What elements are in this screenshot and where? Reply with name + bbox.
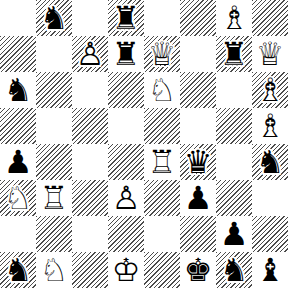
piece-glyph: ♛ xyxy=(180,144,216,180)
square-b3[interactable]: ♜♖ xyxy=(36,180,72,216)
piece-outline-glyph: ♔ xyxy=(108,252,144,288)
square-g2[interactable]: ♟ xyxy=(216,216,252,252)
piece-outline-glyph: ♗ xyxy=(252,72,288,108)
square-b1[interactable]: ♞♘ xyxy=(36,252,72,288)
white-king: ♚♔ xyxy=(108,252,144,288)
white-pawn: ♟♙ xyxy=(72,36,108,72)
piece-glyph: ♟ xyxy=(180,180,216,216)
piece-glyph: ♞ xyxy=(252,144,288,180)
square-d2[interactable] xyxy=(108,216,144,252)
square-g8[interactable]: ♝♗ xyxy=(216,0,252,36)
piece-glyph: ♞ xyxy=(36,0,72,36)
black-rook: ♜ xyxy=(108,36,144,72)
piece-glyph: ♟ xyxy=(216,216,252,252)
piece-glyph: ♞ xyxy=(216,252,252,288)
square-c7[interactable]: ♟♙ xyxy=(72,36,108,72)
square-h6[interactable]: ♝♗ xyxy=(252,72,288,108)
piece-outline-glyph: ♕ xyxy=(252,36,288,72)
square-h3[interactable] xyxy=(252,180,288,216)
black-knight: ♞ xyxy=(216,252,252,288)
piece-glyph: ♝ xyxy=(252,252,288,288)
square-g1[interactable]: ♞ xyxy=(216,252,252,288)
square-f7[interactable] xyxy=(180,36,216,72)
square-a4[interactable]: ♟ xyxy=(0,144,36,180)
square-b4[interactable] xyxy=(36,144,72,180)
square-e7[interactable]: ♛♕ xyxy=(144,36,180,72)
black-rook: ♜ xyxy=(216,36,252,72)
square-f8[interactable] xyxy=(180,0,216,36)
square-c8[interactable] xyxy=(72,0,108,36)
square-e1[interactable] xyxy=(144,252,180,288)
square-d6[interactable] xyxy=(108,72,144,108)
black-pawn: ♟ xyxy=(180,180,216,216)
square-d8[interactable]: ♜ xyxy=(108,0,144,36)
white-bishop: ♝♗ xyxy=(252,72,288,108)
square-h4[interactable]: ♞ xyxy=(252,144,288,180)
square-f4[interactable]: ♛ xyxy=(180,144,216,180)
black-knight: ♞ xyxy=(252,144,288,180)
square-b2[interactable] xyxy=(36,216,72,252)
square-c3[interactable] xyxy=(72,180,108,216)
square-b7[interactable] xyxy=(36,36,72,72)
square-f2[interactable] xyxy=(180,216,216,252)
piece-outline-glyph: ♘ xyxy=(36,252,72,288)
white-queen: ♛♕ xyxy=(252,36,288,72)
square-e4[interactable]: ♜♖ xyxy=(144,144,180,180)
piece-outline-glyph: ♘ xyxy=(0,180,36,216)
square-c2[interactable] xyxy=(72,216,108,252)
piece-outline-glyph: ♕ xyxy=(144,36,180,72)
square-f1[interactable]: ♚ xyxy=(180,252,216,288)
piece-outline-glyph: ♗ xyxy=(252,108,288,144)
piece-glyph: ♜ xyxy=(108,0,144,36)
piece-outline-glyph: ♗ xyxy=(216,0,252,36)
piece-outline-glyph: ♖ xyxy=(144,144,180,180)
black-king: ♚ xyxy=(180,252,216,288)
square-a5[interactable] xyxy=(0,108,36,144)
square-d4[interactable] xyxy=(108,144,144,180)
square-b5[interactable] xyxy=(36,108,72,144)
square-c6[interactable] xyxy=(72,72,108,108)
white-knight: ♞♘ xyxy=(144,72,180,108)
black-pawn: ♟ xyxy=(0,144,36,180)
white-knight: ♞♘ xyxy=(36,252,72,288)
square-e5[interactable] xyxy=(144,108,180,144)
chess-board: ♞♜♝♗♟♙♜♛♕♜♛♕♞♞♘♝♗♝♗♟♜♖♛♞♞♘♜♖♟♙♟♟♞♞♘♚♔♚♞♝ xyxy=(0,0,288,288)
piece-glyph: ♜ xyxy=(108,36,144,72)
square-g5[interactable] xyxy=(216,108,252,144)
square-e2[interactable] xyxy=(144,216,180,252)
piece-outline-glyph: ♘ xyxy=(144,72,180,108)
square-a8[interactable] xyxy=(0,0,36,36)
black-knight: ♞ xyxy=(0,252,36,288)
white-pawn: ♟♙ xyxy=(108,180,144,216)
piece-outline-glyph: ♙ xyxy=(108,180,144,216)
black-rook: ♜ xyxy=(108,0,144,36)
square-b6[interactable] xyxy=(36,72,72,108)
square-e8[interactable] xyxy=(144,0,180,36)
square-d1[interactable]: ♚♔ xyxy=(108,252,144,288)
white-bishop: ♝♗ xyxy=(216,0,252,36)
piece-outline-glyph: ♙ xyxy=(72,36,108,72)
white-knight: ♞♘ xyxy=(0,180,36,216)
square-g3[interactable] xyxy=(216,180,252,216)
square-e3[interactable] xyxy=(144,180,180,216)
square-e6[interactable]: ♞♘ xyxy=(144,72,180,108)
square-h1[interactable]: ♝ xyxy=(252,252,288,288)
square-c5[interactable] xyxy=(72,108,108,144)
square-b8[interactable]: ♞ xyxy=(36,0,72,36)
square-c1[interactable] xyxy=(72,252,108,288)
square-h7[interactable]: ♛♕ xyxy=(252,36,288,72)
square-a6[interactable]: ♞ xyxy=(0,72,36,108)
black-knight: ♞ xyxy=(0,72,36,108)
square-h8[interactable] xyxy=(252,0,288,36)
square-h5[interactable]: ♝♗ xyxy=(252,108,288,144)
piece-glyph: ♞ xyxy=(0,72,36,108)
piece-glyph: ♞ xyxy=(0,252,36,288)
square-d5[interactable] xyxy=(108,108,144,144)
square-d3[interactable]: ♟♙ xyxy=(108,180,144,216)
square-a2[interactable] xyxy=(0,216,36,252)
white-rook: ♜♖ xyxy=(36,180,72,216)
white-queen: ♛♕ xyxy=(144,36,180,72)
square-g7[interactable]: ♜ xyxy=(216,36,252,72)
black-bishop: ♝ xyxy=(252,252,288,288)
square-f6[interactable] xyxy=(180,72,216,108)
square-a7[interactable] xyxy=(0,36,36,72)
square-g6[interactable] xyxy=(216,72,252,108)
square-c4[interactable] xyxy=(72,144,108,180)
white-bishop: ♝♗ xyxy=(252,108,288,144)
piece-glyph: ♟ xyxy=(0,144,36,180)
square-g4[interactable] xyxy=(216,144,252,180)
square-d7[interactable]: ♜ xyxy=(108,36,144,72)
piece-glyph: ♚ xyxy=(180,252,216,288)
square-f5[interactable] xyxy=(180,108,216,144)
black-queen: ♛ xyxy=(180,144,216,180)
black-knight: ♞ xyxy=(36,0,72,36)
square-a3[interactable]: ♞♘ xyxy=(0,180,36,216)
square-h2[interactable] xyxy=(252,216,288,252)
piece-glyph: ♜ xyxy=(216,36,252,72)
white-rook: ♜♖ xyxy=(144,144,180,180)
square-a1[interactable]: ♞ xyxy=(0,252,36,288)
piece-outline-glyph: ♖ xyxy=(36,180,72,216)
black-pawn: ♟ xyxy=(216,216,252,252)
square-f3[interactable]: ♟ xyxy=(180,180,216,216)
